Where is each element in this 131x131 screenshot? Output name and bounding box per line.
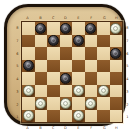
board-square[interactable] [85, 97, 98, 110]
board-square[interactable] [110, 47, 123, 60]
board-square[interactable] [97, 35, 110, 48]
board-square[interactable] [35, 47, 48, 60]
file-labels-bottom: ABCDEFGH [21, 124, 123, 131]
board-square[interactable] [60, 60, 73, 73]
board-square[interactable] [85, 47, 98, 60]
coordinate-label: C [48, 14, 57, 19]
board-square[interactable] [110, 22, 123, 35]
board-square[interactable] [72, 22, 85, 35]
checker-dark-man[interactable] [35, 23, 46, 34]
coordinate-label: G [99, 14, 108, 19]
coordinate-label: F [87, 14, 96, 19]
checker-light-man[interactable] [110, 23, 121, 34]
board-square[interactable] [85, 72, 98, 85]
board-square[interactable] [72, 110, 85, 123]
board-square[interactable] [60, 85, 73, 98]
board-square[interactable] [47, 72, 60, 85]
coordinate-label: H [112, 124, 121, 129]
coordinate-label: C [48, 124, 57, 129]
board-square[interactable] [22, 35, 35, 48]
checker-light-man[interactable] [85, 98, 96, 109]
board-square[interactable] [60, 47, 73, 60]
board-square[interactable] [47, 60, 60, 73]
board-square[interactable] [110, 110, 123, 123]
board-square[interactable] [60, 72, 73, 85]
checker-light-man[interactable] [23, 85, 34, 96]
coordinate-label: 1 [14, 112, 19, 121]
board-square[interactable] [47, 97, 60, 110]
checker-dark-man[interactable] [60, 73, 71, 84]
coordinate-label: 1 [124, 112, 129, 121]
checker-dark-man[interactable] [23, 60, 34, 71]
board-square[interactable] [97, 22, 110, 35]
board-square[interactable] [97, 47, 110, 60]
board-square[interactable] [22, 60, 35, 73]
coordinate-label: H [112, 14, 121, 19]
coordinate-label: 3 [14, 87, 19, 96]
board-square[interactable] [72, 35, 85, 48]
board-square[interactable] [35, 110, 48, 123]
board-square[interactable] [47, 35, 60, 48]
coordinate-label: 2 [124, 99, 129, 108]
board-square[interactable] [60, 110, 73, 123]
coordinate-label: 4 [124, 74, 129, 83]
board-square[interactable] [72, 97, 85, 110]
board-square[interactable] [22, 85, 35, 98]
board-square[interactable] [97, 97, 110, 110]
coordinate-label: 5 [124, 61, 129, 70]
checker-light-man[interactable] [73, 110, 84, 121]
board-square[interactable] [110, 85, 123, 98]
coordinate-label: 2 [14, 99, 19, 108]
board-square[interactable] [85, 110, 98, 123]
coordinate-label: 3 [124, 87, 129, 96]
board-square[interactable] [35, 60, 48, 73]
board-square[interactable] [72, 47, 85, 60]
coordinate-label: A [23, 124, 32, 129]
board-square[interactable] [97, 85, 110, 98]
rank-labels-right: 87654321 [124, 21, 131, 123]
board-square[interactable] [47, 22, 60, 35]
board-square[interactable] [35, 97, 48, 110]
checker-dark-man[interactable] [48, 35, 59, 46]
board-square[interactable] [110, 97, 123, 110]
checker-light-man[interactable] [60, 98, 71, 109]
coordinate-label: 8 [14, 23, 19, 32]
board-square[interactable] [97, 72, 110, 85]
checker-dark-man[interactable] [73, 35, 84, 46]
file-labels-top: ABCDEFGH [21, 14, 123, 21]
board-square[interactable] [35, 22, 48, 35]
checker-dark-man[interactable] [110, 48, 121, 59]
board-square[interactable] [85, 35, 98, 48]
coordinate-label: 5 [14, 61, 19, 70]
board-square[interactable] [97, 110, 110, 123]
board-square[interactable] [110, 60, 123, 73]
checkers-app-icon[interactable]: ABCDEFGH ABCDEFGH 87654321 87654321 [4, 4, 126, 126]
board-square[interactable] [35, 72, 48, 85]
coordinate-label: 6 [124, 48, 129, 57]
coordinate-label: 7 [124, 36, 129, 45]
board-square[interactable] [22, 97, 35, 110]
checker-light-man[interactable] [98, 85, 109, 96]
board-square[interactable] [110, 72, 123, 85]
coordinate-label: B [36, 14, 45, 19]
board-square[interactable] [22, 72, 35, 85]
board-square[interactable] [85, 22, 98, 35]
coordinate-label: D [61, 124, 70, 129]
board-square[interactable] [85, 85, 98, 98]
coordinate-label: G [99, 124, 108, 129]
checkers-board [21, 21, 123, 123]
board-square[interactable] [22, 110, 35, 123]
coordinate-label: A [23, 14, 32, 19]
board-square[interactable] [60, 35, 73, 48]
coordinate-label: E [74, 124, 83, 129]
coordinate-label: D [61, 14, 70, 19]
board-square[interactable] [60, 22, 73, 35]
board-square[interactable] [60, 97, 73, 110]
checker-dark-man[interactable] [60, 23, 71, 34]
board-square[interactable] [85, 60, 98, 73]
coordinate-label: 4 [14, 74, 19, 83]
board-square[interactable] [97, 60, 110, 73]
board-square[interactable] [72, 72, 85, 85]
board-square[interactable] [35, 35, 48, 48]
coordinate-label: 7 [14, 36, 19, 45]
board-square[interactable] [22, 47, 35, 60]
coordinate-label: 8 [124, 23, 129, 32]
coordinate-label: E [74, 14, 83, 19]
board-square[interactable] [110, 35, 123, 48]
checker-light-man[interactable] [23, 110, 34, 121]
coordinate-label: B [36, 124, 45, 129]
coordinate-label: F [87, 124, 96, 129]
board-square[interactable] [47, 47, 60, 60]
rank-labels-left: 87654321 [14, 21, 21, 123]
checker-dark-man[interactable] [85, 23, 96, 34]
board-square[interactable] [47, 85, 60, 98]
board-square[interactable] [22, 22, 35, 35]
coordinate-label: 6 [14, 48, 19, 57]
board-square[interactable] [72, 85, 85, 98]
board-square[interactable] [35, 85, 48, 98]
board-square[interactable] [47, 110, 60, 123]
checker-light-man[interactable] [73, 85, 84, 96]
checker-light-man[interactable] [35, 98, 46, 109]
board-square[interactable] [72, 60, 85, 73]
